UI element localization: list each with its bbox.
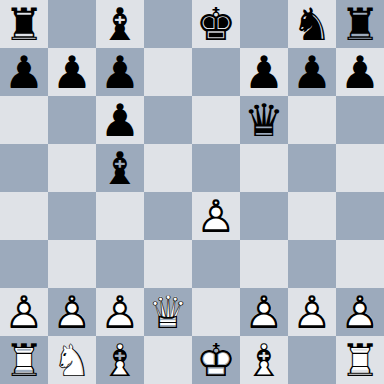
- square-h5[interactable]: [336, 144, 384, 192]
- square-f5[interactable]: [240, 144, 288, 192]
- black-pawn[interactable]: ♟: [96, 48, 144, 96]
- piece-glyph-outline: ♙: [192, 192, 240, 240]
- square-d7[interactable]: [144, 48, 192, 96]
- square-f4[interactable]: [240, 192, 288, 240]
- square-c2[interactable]: ♟♙: [96, 288, 144, 336]
- piece-glyph-outline: ♙: [48, 288, 96, 336]
- white-pawn[interactable]: ♟♙: [0, 288, 48, 336]
- black-pawn[interactable]: ♟: [288, 48, 336, 96]
- black-queen[interactable]: ♛: [240, 96, 288, 144]
- piece-glyph-outline: ♖: [336, 336, 384, 384]
- piece-glyph-fill: ♟: [240, 48, 288, 96]
- piece-glyph-outline: ♖: [0, 336, 48, 384]
- piece-glyph-fill: ♝: [96, 0, 144, 48]
- white-pawn[interactable]: ♟♙: [336, 288, 384, 336]
- piece-glyph-outline: ♔: [192, 336, 240, 384]
- square-a2[interactable]: ♟♙: [0, 288, 48, 336]
- square-g7[interactable]: ♟: [288, 48, 336, 96]
- square-c6[interactable]: ♟: [96, 96, 144, 144]
- piece-glyph-fill: ♝: [96, 144, 144, 192]
- white-pawn[interactable]: ♟♙: [48, 288, 96, 336]
- white-pawn[interactable]: ♟♙: [288, 288, 336, 336]
- piece-glyph-fill: ♛: [240, 96, 288, 144]
- square-e6[interactable]: [192, 96, 240, 144]
- square-c7[interactable]: ♟: [96, 48, 144, 96]
- square-d8[interactable]: [144, 0, 192, 48]
- square-a4[interactable]: [0, 192, 48, 240]
- piece-glyph-outline: ♕: [144, 288, 192, 336]
- square-a6[interactable]: [0, 96, 48, 144]
- square-g2[interactable]: ♟♙: [288, 288, 336, 336]
- white-pawn[interactable]: ♟♙: [96, 288, 144, 336]
- square-d5[interactable]: [144, 144, 192, 192]
- square-d1[interactable]: [144, 336, 192, 384]
- square-d4[interactable]: [144, 192, 192, 240]
- black-pawn[interactable]: ♟: [0, 48, 48, 96]
- square-a7[interactable]: ♟: [0, 48, 48, 96]
- white-rook[interactable]: ♜♖: [336, 336, 384, 384]
- black-rook[interactable]: ♜: [0, 0, 48, 48]
- chess-board: ♜♝♚♞♜♟♟♟♟♟♟♟♛♝♟♙♟♙♟♙♟♙♛♕♟♙♟♙♟♙♜♖♞♘♝♗♚♔♝♗…: [0, 0, 384, 384]
- square-f3[interactable]: [240, 240, 288, 288]
- square-b5[interactable]: [48, 144, 96, 192]
- black-rook[interactable]: ♜: [336, 0, 384, 48]
- square-g6[interactable]: [288, 96, 336, 144]
- square-h8[interactable]: ♜: [336, 0, 384, 48]
- square-c4[interactable]: [96, 192, 144, 240]
- square-h1[interactable]: ♜♖: [336, 336, 384, 384]
- piece-glyph-outline: ♗: [240, 336, 288, 384]
- square-f8[interactable]: [240, 0, 288, 48]
- square-b8[interactable]: [48, 0, 96, 48]
- square-c8[interactable]: ♝: [96, 0, 144, 48]
- square-g1[interactable]: [288, 336, 336, 384]
- square-a5[interactable]: [0, 144, 48, 192]
- square-h7[interactable]: ♟: [336, 48, 384, 96]
- square-f2[interactable]: ♟♙: [240, 288, 288, 336]
- square-c3[interactable]: [96, 240, 144, 288]
- piece-glyph-outline: ♗: [96, 336, 144, 384]
- square-c1[interactable]: ♝♗: [96, 336, 144, 384]
- black-bishop[interactable]: ♝: [96, 144, 144, 192]
- black-pawn[interactable]: ♟: [48, 48, 96, 96]
- square-b6[interactable]: [48, 96, 96, 144]
- square-a1[interactable]: ♜♖: [0, 336, 48, 384]
- square-e7[interactable]: [192, 48, 240, 96]
- piece-glyph-fill: ♜: [336, 0, 384, 48]
- white-queen[interactable]: ♛♕: [144, 288, 192, 336]
- square-b3[interactable]: [48, 240, 96, 288]
- square-b1[interactable]: ♞♘: [48, 336, 96, 384]
- piece-glyph-outline: ♙: [336, 288, 384, 336]
- black-pawn[interactable]: ♟: [96, 96, 144, 144]
- square-d2[interactable]: ♛♕: [144, 288, 192, 336]
- piece-glyph-fill: ♜: [0, 0, 48, 48]
- square-h3[interactable]: [336, 240, 384, 288]
- square-f1[interactable]: ♝♗: [240, 336, 288, 384]
- white-king[interactable]: ♚♔: [192, 336, 240, 384]
- square-h4[interactable]: [336, 192, 384, 240]
- piece-glyph-fill: ♞: [288, 0, 336, 48]
- square-g8[interactable]: ♞: [288, 0, 336, 48]
- white-rook[interactable]: ♜♖: [0, 336, 48, 384]
- white-pawn[interactable]: ♟♙: [240, 288, 288, 336]
- square-h6[interactable]: [336, 96, 384, 144]
- square-e5[interactable]: [192, 144, 240, 192]
- white-bishop[interactable]: ♝♗: [240, 336, 288, 384]
- piece-glyph-fill: ♟: [288, 48, 336, 96]
- piece-glyph-fill: ♟: [96, 48, 144, 96]
- square-b2[interactable]: ♟♙: [48, 288, 96, 336]
- piece-glyph-outline: ♘: [48, 336, 96, 384]
- square-a8[interactable]: ♜: [0, 0, 48, 48]
- square-b4[interactable]: [48, 192, 96, 240]
- piece-glyph-fill: ♟: [336, 48, 384, 96]
- piece-glyph-fill: ♟: [0, 48, 48, 96]
- square-b7[interactable]: ♟: [48, 48, 96, 96]
- square-g4[interactable]: [288, 192, 336, 240]
- piece-glyph-fill: ♟: [96, 96, 144, 144]
- square-e2[interactable]: [192, 288, 240, 336]
- white-bishop[interactable]: ♝♗: [96, 336, 144, 384]
- piece-glyph-outline: ♙: [96, 288, 144, 336]
- square-f6[interactable]: ♛: [240, 96, 288, 144]
- black-pawn[interactable]: ♟: [336, 48, 384, 96]
- piece-glyph-outline: ♙: [288, 288, 336, 336]
- square-d6[interactable]: [144, 96, 192, 144]
- square-a3[interactable]: [0, 240, 48, 288]
- white-knight[interactable]: ♞♘: [48, 336, 96, 384]
- square-e1[interactable]: ♚♔: [192, 336, 240, 384]
- square-g5[interactable]: [288, 144, 336, 192]
- black-pawn[interactable]: ♟: [240, 48, 288, 96]
- square-e4[interactable]: ♟♙: [192, 192, 240, 240]
- black-knight[interactable]: ♞: [288, 0, 336, 48]
- square-f7[interactable]: ♟: [240, 48, 288, 96]
- black-bishop[interactable]: ♝: [96, 0, 144, 48]
- square-d3[interactable]: [144, 240, 192, 288]
- square-e8[interactable]: ♚: [192, 0, 240, 48]
- square-h2[interactable]: ♟♙: [336, 288, 384, 336]
- black-king[interactable]: ♚: [192, 0, 240, 48]
- piece-glyph-fill: ♟: [48, 48, 96, 96]
- square-c5[interactable]: ♝: [96, 144, 144, 192]
- piece-glyph-outline: ♙: [0, 288, 48, 336]
- square-e3[interactable]: [192, 240, 240, 288]
- white-pawn[interactable]: ♟♙: [192, 192, 240, 240]
- square-g3[interactable]: [288, 240, 336, 288]
- piece-glyph-outline: ♙: [240, 288, 288, 336]
- piece-glyph-fill: ♚: [192, 0, 240, 48]
